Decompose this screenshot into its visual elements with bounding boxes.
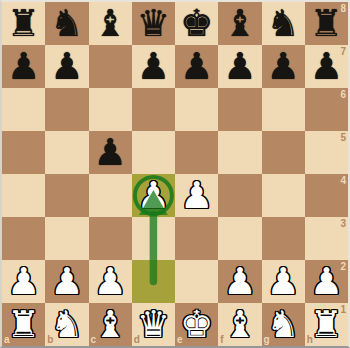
square-a7[interactable]: ♟ bbox=[2, 45, 45, 88]
black-pawn-e7[interactable]: ♟ bbox=[180, 48, 213, 85]
file-label-c: c bbox=[91, 335, 97, 345]
square-b7[interactable]: ♟ bbox=[45, 45, 88, 88]
square-h8[interactable]: ♜8 bbox=[305, 2, 348, 45]
white-pawn-c2[interactable]: ♟ bbox=[94, 263, 127, 300]
white-pawn-e4[interactable]: ♟ bbox=[180, 177, 213, 214]
square-f8[interactable]: ♝ bbox=[218, 2, 261, 45]
white-king-e1[interactable]: ♚ bbox=[180, 306, 213, 343]
white-pawn-b2[interactable]: ♟ bbox=[50, 263, 83, 300]
black-pawn-f7[interactable]: ♟ bbox=[223, 48, 256, 85]
square-e7[interactable]: ♟ bbox=[175, 45, 218, 88]
square-d6[interactable] bbox=[132, 88, 175, 131]
black-pawn-c5[interactable]: ♟ bbox=[94, 134, 127, 171]
square-f4[interactable] bbox=[218, 174, 261, 217]
white-knight-b1[interactable]: ♞ bbox=[50, 306, 83, 343]
square-e1[interactable]: ♚e bbox=[175, 303, 218, 346]
white-rook-a1[interactable]: ♜ bbox=[7, 306, 40, 343]
file-label-f: f bbox=[220, 335, 223, 345]
rank-label-2: 2 bbox=[340, 262, 346, 272]
file-label-b: b bbox=[47, 335, 53, 345]
square-f2[interactable]: ♟ bbox=[218, 260, 261, 303]
square-d7[interactable]: ♟ bbox=[132, 45, 175, 88]
square-g6[interactable] bbox=[262, 88, 305, 131]
square-a4[interactable] bbox=[2, 174, 45, 217]
square-h7[interactable]: ♟7 bbox=[305, 45, 348, 88]
square-c4[interactable] bbox=[89, 174, 132, 217]
square-d5[interactable] bbox=[132, 131, 175, 174]
black-pawn-b7[interactable]: ♟ bbox=[50, 48, 83, 85]
rank-label-7: 7 bbox=[340, 47, 346, 57]
square-h3[interactable]: 3 bbox=[305, 217, 348, 260]
white-queen-d1[interactable]: ♛ bbox=[137, 306, 170, 343]
square-c7[interactable] bbox=[89, 45, 132, 88]
square-c1[interactable]: ♝c bbox=[89, 303, 132, 346]
black-queen-d8[interactable]: ♛ bbox=[137, 5, 170, 42]
square-g4[interactable] bbox=[262, 174, 305, 217]
black-bishop-c8[interactable]: ♝ bbox=[94, 5, 127, 42]
square-a1[interactable]: ♜a bbox=[2, 303, 45, 346]
square-h6[interactable]: 6 bbox=[305, 88, 348, 131]
square-e2[interactable] bbox=[175, 260, 218, 303]
square-c5[interactable]: ♟ bbox=[89, 131, 132, 174]
black-knight-g8[interactable]: ♞ bbox=[267, 5, 300, 42]
square-b4[interactable] bbox=[45, 174, 88, 217]
chess-board: ♜♞♝♛♚♝♞♜8♟♟♟♟♟♟♟76♟5♟♟43♟♟♟♟♟♟2♜a♞b♝c♛d♚… bbox=[0, 0, 350, 348]
square-g5[interactable] bbox=[262, 131, 305, 174]
square-e6[interactable] bbox=[175, 88, 218, 131]
white-knight-g1[interactable]: ♞ bbox=[267, 306, 300, 343]
square-e4[interactable]: ♟ bbox=[175, 174, 218, 217]
rank-label-3: 3 bbox=[340, 219, 346, 229]
square-b5[interactable] bbox=[45, 131, 88, 174]
square-a5[interactable] bbox=[2, 131, 45, 174]
square-f7[interactable]: ♟ bbox=[218, 45, 261, 88]
square-h5[interactable]: 5 bbox=[305, 131, 348, 174]
white-pawn-f2[interactable]: ♟ bbox=[223, 263, 256, 300]
square-e3[interactable] bbox=[175, 217, 218, 260]
square-c6[interactable] bbox=[89, 88, 132, 131]
black-pawn-d7[interactable]: ♟ bbox=[137, 48, 170, 85]
square-g2[interactable]: ♟ bbox=[262, 260, 305, 303]
square-h2[interactable]: ♟2 bbox=[305, 260, 348, 303]
black-pawn-a7[interactable]: ♟ bbox=[7, 48, 40, 85]
square-g3[interactable] bbox=[262, 217, 305, 260]
square-a3[interactable] bbox=[2, 217, 45, 260]
black-rook-a8[interactable]: ♜ bbox=[7, 5, 40, 42]
square-e5[interactable] bbox=[175, 131, 218, 174]
black-knight-b8[interactable]: ♞ bbox=[50, 5, 83, 42]
square-a6[interactable] bbox=[2, 88, 45, 131]
square-a8[interactable]: ♜ bbox=[2, 2, 45, 45]
square-d1[interactable]: ♛d bbox=[132, 303, 175, 346]
rank-label-1: 1 bbox=[340, 305, 346, 315]
rank-label-5: 5 bbox=[340, 133, 346, 143]
rank-label-4: 4 bbox=[340, 176, 346, 186]
square-b3[interactable] bbox=[45, 217, 88, 260]
black-bishop-f8[interactable]: ♝ bbox=[223, 5, 256, 42]
black-king-e8[interactable]: ♚ bbox=[180, 5, 213, 42]
square-b2[interactable]: ♟ bbox=[45, 260, 88, 303]
square-g8[interactable]: ♞ bbox=[262, 2, 305, 45]
white-pawn-g2[interactable]: ♟ bbox=[267, 263, 300, 300]
square-g7[interactable]: ♟ bbox=[262, 45, 305, 88]
square-c8[interactable]: ♝ bbox=[89, 2, 132, 45]
square-e8[interactable]: ♚ bbox=[175, 2, 218, 45]
rank-label-8: 8 bbox=[340, 4, 346, 14]
square-b1[interactable]: ♞b bbox=[45, 303, 88, 346]
white-rook-h1[interactable]: ♜ bbox=[310, 306, 343, 343]
square-f3[interactable] bbox=[218, 217, 261, 260]
square-f6[interactable] bbox=[218, 88, 261, 131]
white-bishop-f1[interactable]: ♝ bbox=[223, 306, 256, 343]
square-f5[interactable] bbox=[218, 131, 261, 174]
white-bishop-c1[interactable]: ♝ bbox=[94, 306, 127, 343]
file-label-h: h bbox=[307, 335, 313, 345]
white-pawn-a2[interactable]: ♟ bbox=[7, 263, 40, 300]
file-label-e: e bbox=[177, 335, 183, 345]
square-c3[interactable] bbox=[89, 217, 132, 260]
square-d4[interactable]: ♟ bbox=[132, 174, 175, 217]
square-g1[interactable]: ♞g bbox=[262, 303, 305, 346]
black-pawn-h7[interactable]: ♟ bbox=[310, 48, 343, 85]
black-rook-h8[interactable]: ♜ bbox=[310, 5, 343, 42]
file-label-a: a bbox=[4, 335, 10, 345]
black-pawn-g7[interactable]: ♟ bbox=[267, 48, 300, 85]
square-d8[interactable]: ♛ bbox=[132, 2, 175, 45]
rank-label-6: 6 bbox=[340, 90, 346, 100]
square-a2[interactable]: ♟ bbox=[2, 260, 45, 303]
chess-board-grid: ♜♞♝♛♚♝♞♜8♟♟♟♟♟♟♟76♟5♟♟43♟♟♟♟♟♟2♜a♞b♝c♛d♚… bbox=[2, 2, 348, 346]
white-pawn-h2[interactable]: ♟ bbox=[310, 263, 343, 300]
square-b8[interactable]: ♞ bbox=[45, 2, 88, 45]
file-label-d: d bbox=[134, 335, 140, 345]
square-d2[interactable] bbox=[132, 260, 175, 303]
square-b6[interactable] bbox=[45, 88, 88, 131]
square-d3[interactable] bbox=[132, 217, 175, 260]
square-c2[interactable]: ♟ bbox=[89, 260, 132, 303]
square-f1[interactable]: ♝f bbox=[218, 303, 261, 346]
square-h4[interactable]: 4 bbox=[305, 174, 348, 217]
file-label-g: g bbox=[264, 335, 270, 345]
square-h1[interactable]: ♜1h bbox=[305, 303, 348, 346]
white-pawn-d4[interactable]: ♟ bbox=[137, 177, 170, 214]
